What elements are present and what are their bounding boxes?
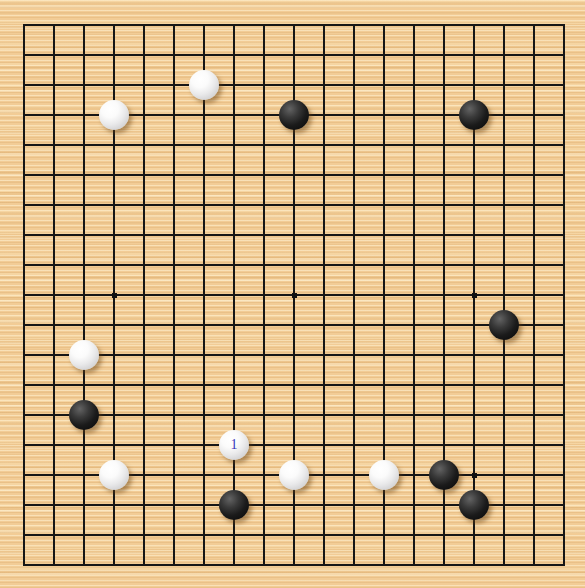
grid-line-horizontal [23,354,564,355]
stone-black-K16 [279,100,309,130]
star-point [472,293,477,298]
grid-line-horizontal [23,384,564,385]
grid-line-vertical [533,24,534,565]
star-point [292,293,297,298]
stone-black-H3 [219,490,249,520]
stone-white-D4 [99,460,129,490]
stone-white-D16 [99,100,129,130]
go-app-screenshot: 1 [0,0,585,588]
stone-black-R9 [489,310,519,340]
grid-line-vertical [503,24,504,565]
stone-black-Q16 [459,100,489,130]
grid-line-vertical [323,24,324,565]
grid-line-vertical [563,24,564,565]
stone-white-C8 [69,340,99,370]
stone-black-P4 [429,460,459,490]
star-point [112,293,117,298]
star-point [472,473,477,478]
stone-white-N4 [369,460,399,490]
stone-white-K4 [279,460,309,490]
grid-line-horizontal [23,414,564,415]
move-number-label: 1 [219,430,249,460]
go-board[interactable]: 1 [0,0,585,588]
grid-line-horizontal [23,324,564,325]
stone-white-G17 [189,70,219,100]
stone-black-C6 [69,400,99,430]
grid-line-vertical [413,24,414,565]
stone-white-H5: 1 [219,430,249,460]
grid-line-horizontal [23,564,564,565]
grid-line-vertical [353,24,354,565]
grid-line-horizontal [23,534,564,535]
stone-black-Q3 [459,490,489,520]
grid-line-horizontal [23,444,564,445]
